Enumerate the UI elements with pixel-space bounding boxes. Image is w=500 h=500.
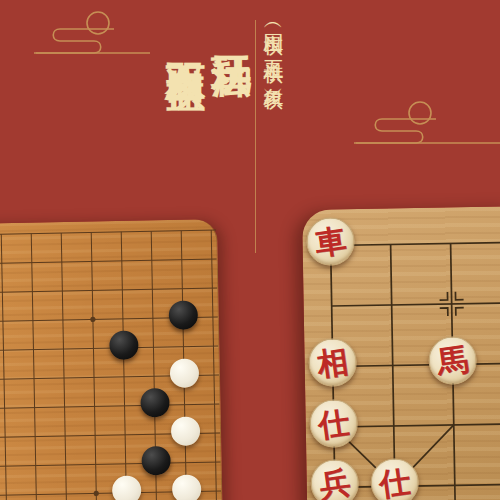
- xiangqi-piece: 仕: [370, 458, 419, 500]
- go-grid-line: [31, 234, 37, 500]
- sun-icon: [87, 12, 109, 34]
- go-grid-line: [0, 230, 216, 235]
- xiangqi-piece: 馬: [428, 336, 477, 385]
- xiangqi-board: 車相馬仕兵仕: [302, 206, 500, 500]
- xiangqi-rank-line: [334, 424, 500, 427]
- headline-primary: 双面棋盘: [159, 31, 214, 43]
- headline-games-list: ︵围棋＼五子棋＼象棋︶: [261, 16, 288, 78]
- xiangqi-piece: 仕: [309, 399, 358, 448]
- xiangqi-piece: 相: [308, 338, 357, 387]
- cloud-sun-ornament-right: [346, 98, 500, 158]
- xiangqi-piece-char: 相: [307, 337, 359, 389]
- go-star-point: [90, 317, 95, 322]
- go-stone-black: [141, 445, 171, 475]
- xiangqi-piece-char: 仕: [308, 397, 360, 449]
- go-grid-line: [91, 232, 97, 500]
- cloud-sun-ornament-left: [22, 8, 162, 68]
- xiangqi-piece: 車: [306, 217, 355, 266]
- xiangqi-piece-char: 仕: [369, 456, 421, 500]
- go-grid-line: [61, 233, 67, 500]
- go-stone-white: [111, 475, 141, 500]
- go-stone-white: [169, 358, 199, 388]
- go-grid-line: [0, 462, 221, 467]
- go-star-point: [94, 491, 99, 496]
- go-stone-black: [109, 330, 139, 360]
- poster-canvas: 双面棋盘 三种玩法 ︵围棋＼五子棋＼象棋︶ 車相馬仕兵仕: [0, 0, 500, 500]
- xiangqi-piece: 兵: [310, 459, 359, 500]
- go-stone-white: [171, 474, 201, 500]
- go-grid-line: [0, 259, 217, 264]
- go-grid-line: [0, 404, 220, 409]
- go-stone-white: [170, 416, 200, 446]
- go-grid-line: [211, 230, 217, 500]
- go-grid-line: [1, 234, 7, 500]
- go-stone-black: [168, 300, 198, 330]
- xiangqi-piece-char: 馬: [427, 334, 479, 386]
- xiangqi-piece-char: 車: [305, 216, 357, 268]
- go-board: [0, 219, 223, 500]
- sun-icon: [409, 102, 431, 124]
- go-grid-line: [121, 232, 127, 500]
- xiangqi-rank-line: [331, 242, 500, 245]
- xiangqi-rank-line: [332, 303, 500, 306]
- headline-divider-line: [255, 20, 256, 253]
- go-stone-black: [140, 387, 170, 417]
- xiangqi-piece-char: 兵: [309, 457, 361, 500]
